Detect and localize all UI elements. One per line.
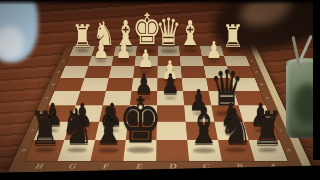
piece-black-bishop-c8[interactable]: ♝: [186, 100, 221, 151]
piece-white-pawn-g2[interactable]: ♟: [93, 38, 109, 61]
piece-black-bishop-f8[interactable]: ♝: [91, 100, 126, 151]
piece-white-rook-h1[interactable]: ♜: [72, 20, 94, 51]
piece-white-bishop-c1[interactable]: ♝: [178, 17, 202, 52]
piece-black-knight-b8[interactable]: ♞: [219, 103, 252, 152]
file-label: H: [20, 161, 58, 172]
chess-photo-scene: 1 2 3 4 5 6 7 8 1 2 3 4 5 6 7 8 H G F E …: [0, 0, 320, 180]
square-c3[interactable]: [181, 66, 206, 78]
piece-black-rook-h8[interactable]: ♜: [29, 105, 61, 151]
piece-black-rook-a8[interactable]: ♜: [252, 105, 284, 151]
piece-white-rook-a1[interactable]: ♜: [222, 20, 244, 51]
piece-black-knight-g8[interactable]: ♞: [60, 103, 93, 152]
square-g3[interactable]: [84, 66, 111, 78]
piece-white-pawn-f2[interactable]: ♟: [116, 38, 132, 61]
letterbox-right: [313, 0, 320, 160]
piece-white-pawn-b2[interactable]: ♟: [206, 38, 222, 61]
piece-black-pawn-d5[interactable]: ♟: [161, 71, 180, 98]
square-c2[interactable]: [180, 56, 204, 67]
square-g4[interactable]: [80, 78, 109, 91]
square-f3[interactable]: [109, 66, 135, 78]
